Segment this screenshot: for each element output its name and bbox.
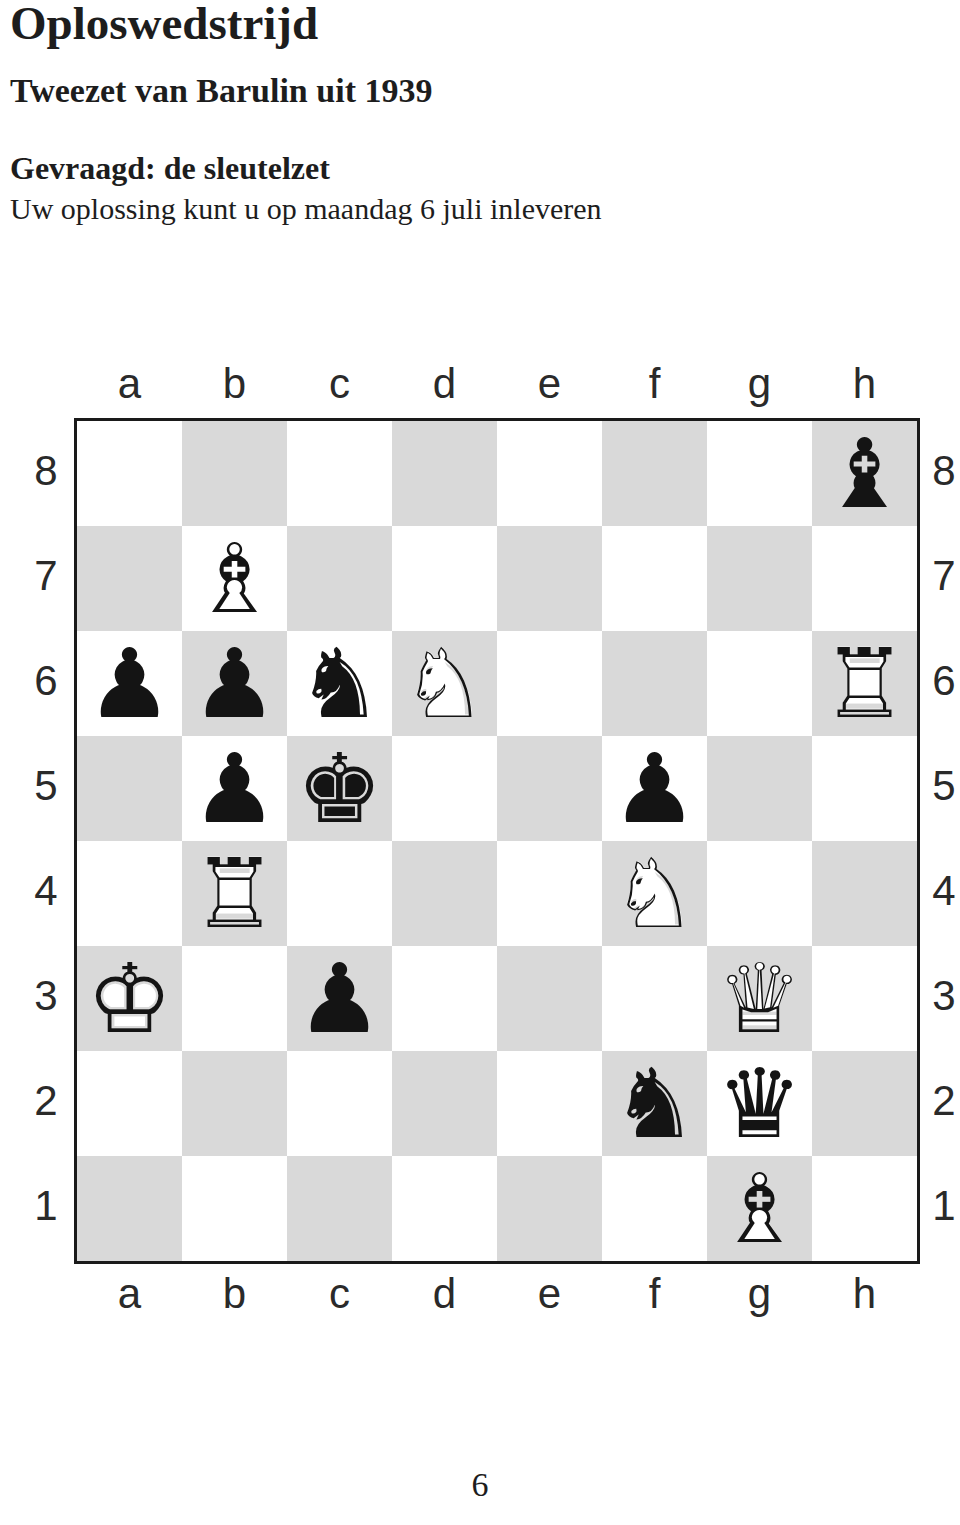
- square-a2: [77, 1051, 182, 1156]
- square-a3: ♚♔: [77, 946, 182, 1051]
- square-c5: ♚: [287, 736, 392, 841]
- white-queen-g3: ♛♕: [707, 946, 812, 1051]
- square-f7: [602, 526, 707, 631]
- black-pawn-a6: ♟: [77, 631, 182, 736]
- square-e7: [497, 526, 602, 631]
- square-g7: [707, 526, 812, 631]
- square-f3: [602, 946, 707, 1051]
- file-label-g: g: [707, 1266, 812, 1320]
- square-c2: [287, 1051, 392, 1156]
- square-h5: [812, 736, 917, 841]
- black-pawn-b6: ♟: [182, 631, 287, 736]
- file-label-d: d: [392, 1266, 497, 1320]
- square-h6: ♜♖: [812, 631, 917, 736]
- rank-label-3: 3: [922, 943, 960, 1048]
- square-f8: [602, 421, 707, 526]
- square-f1: [602, 1156, 707, 1261]
- square-d4: [392, 841, 497, 946]
- file-label-b: b: [182, 1266, 287, 1320]
- white-knight-d6: ♞♘: [392, 631, 497, 736]
- white-bishop-b7: ♝♗: [182, 526, 287, 631]
- square-d5: [392, 736, 497, 841]
- square-h1: [812, 1156, 917, 1261]
- square-f4: ♞♘: [602, 841, 707, 946]
- square-h7: [812, 526, 917, 631]
- page-title: Oploswedstrijd: [10, 0, 318, 50]
- square-d2: [392, 1051, 497, 1156]
- square-d7: [392, 526, 497, 631]
- file-label-c: c: [287, 1266, 392, 1320]
- square-b1: [182, 1156, 287, 1261]
- rank-labels-left: 87654321: [24, 418, 68, 1258]
- file-label-a: a: [77, 356, 182, 410]
- file-label-f: f: [602, 1266, 707, 1320]
- file-label-e: e: [497, 1266, 602, 1320]
- black-bishop-h8: ♝: [812, 421, 917, 526]
- square-d3: [392, 946, 497, 1051]
- square-e5: [497, 736, 602, 841]
- square-a7: [77, 526, 182, 631]
- square-e4: [497, 841, 602, 946]
- square-c7: [287, 526, 392, 631]
- file-labels-bottom: abcdefgh: [77, 1266, 917, 1320]
- square-c8: [287, 421, 392, 526]
- rank-label-3: 3: [24, 943, 68, 1048]
- rank-label-2: 2: [24, 1048, 68, 1153]
- square-h8: ♝: [812, 421, 917, 526]
- square-d1: [392, 1156, 497, 1261]
- white-king-a3: ♚♔: [77, 946, 182, 1051]
- file-label-a: a: [77, 1266, 182, 1320]
- square-e3: [497, 946, 602, 1051]
- square-g3: ♛♕: [707, 946, 812, 1051]
- square-f2: ♞: [602, 1051, 707, 1156]
- square-b3: [182, 946, 287, 1051]
- rank-label-1: 1: [922, 1153, 960, 1258]
- square-c6: ♞: [287, 631, 392, 736]
- square-g8: [707, 421, 812, 526]
- square-g1: ♝♗: [707, 1156, 812, 1261]
- square-h4: [812, 841, 917, 946]
- white-rook-b4: ♜♖: [182, 841, 287, 946]
- black-knight-c6: ♞: [287, 631, 392, 736]
- square-c1: [287, 1156, 392, 1261]
- rank-label-4: 4: [24, 838, 68, 943]
- square-e2: [497, 1051, 602, 1156]
- square-b6: ♟: [182, 631, 287, 736]
- square-h2: [812, 1051, 917, 1156]
- white-bishop-g1: ♝♗: [707, 1156, 812, 1261]
- rank-label-6: 6: [922, 628, 960, 733]
- black-king-c5: ♚: [287, 736, 392, 841]
- square-e1: [497, 1156, 602, 1261]
- square-e8: [497, 421, 602, 526]
- rank-label-4: 4: [922, 838, 960, 943]
- file-label-e: e: [497, 356, 602, 410]
- rank-label-1: 1: [24, 1153, 68, 1258]
- square-c3: ♟: [287, 946, 392, 1051]
- file-label-h: h: [812, 356, 917, 410]
- white-rook-h6: ♜♖: [812, 631, 917, 736]
- square-g6: [707, 631, 812, 736]
- square-a4: [77, 841, 182, 946]
- square-d6: ♞♘: [392, 631, 497, 736]
- rank-label-2: 2: [922, 1048, 960, 1153]
- black-pawn-b5: ♟: [182, 736, 287, 841]
- rank-label-6: 6: [24, 628, 68, 733]
- rank-labels-right: 87654321: [922, 418, 960, 1258]
- square-b4: ♜♖: [182, 841, 287, 946]
- puzzle-subtitle: Tweezet van Barulin uit 1939: [10, 72, 432, 110]
- square-g4: [707, 841, 812, 946]
- square-a6: ♟: [77, 631, 182, 736]
- square-g2: ♛: [707, 1051, 812, 1156]
- square-a5: [77, 736, 182, 841]
- square-f5: ♟: [602, 736, 707, 841]
- black-pawn-c3: ♟: [287, 946, 392, 1051]
- rank-label-7: 7: [24, 523, 68, 628]
- square-b8: [182, 421, 287, 526]
- square-b2: [182, 1051, 287, 1156]
- square-c4: [287, 841, 392, 946]
- page: Oploswedstrijd Tweezet van Barulin uit 1…: [0, 0, 960, 1525]
- file-labels-top: abcdefgh: [77, 356, 917, 410]
- white-knight-f4: ♞♘: [602, 841, 707, 946]
- deadline-text: Uw oplossing kunt u op maandag 6 juli in…: [10, 192, 602, 226]
- rank-label-8: 8: [922, 418, 960, 523]
- chess-board: ♝♝♗♟♟♞♞♘♜♖♟♚♟♜♖♞♘♚♔♟♛♕♞♛♝♗: [74, 418, 920, 1264]
- black-queen-g2: ♛: [707, 1051, 812, 1156]
- square-a8: [77, 421, 182, 526]
- square-h3: [812, 946, 917, 1051]
- file-label-h: h: [812, 1266, 917, 1320]
- rank-label-8: 8: [24, 418, 68, 523]
- square-g5: [707, 736, 812, 841]
- square-b5: ♟: [182, 736, 287, 841]
- file-label-b: b: [182, 356, 287, 410]
- black-pawn-f5: ♟: [602, 736, 707, 841]
- rank-label-7: 7: [922, 523, 960, 628]
- task-label: Gevraagd: de sleutelzet: [10, 150, 330, 187]
- square-b7: ♝♗: [182, 526, 287, 631]
- square-d8: [392, 421, 497, 526]
- rank-label-5: 5: [24, 733, 68, 838]
- page-number: 6: [0, 1466, 960, 1504]
- file-label-g: g: [707, 356, 812, 410]
- square-e6: [497, 631, 602, 736]
- file-label-f: f: [602, 356, 707, 410]
- rank-label-5: 5: [922, 733, 960, 838]
- file-label-c: c: [287, 356, 392, 410]
- square-a1: [77, 1156, 182, 1261]
- file-label-d: d: [392, 356, 497, 410]
- square-f6: [602, 631, 707, 736]
- black-knight-f2: ♞: [602, 1051, 707, 1156]
